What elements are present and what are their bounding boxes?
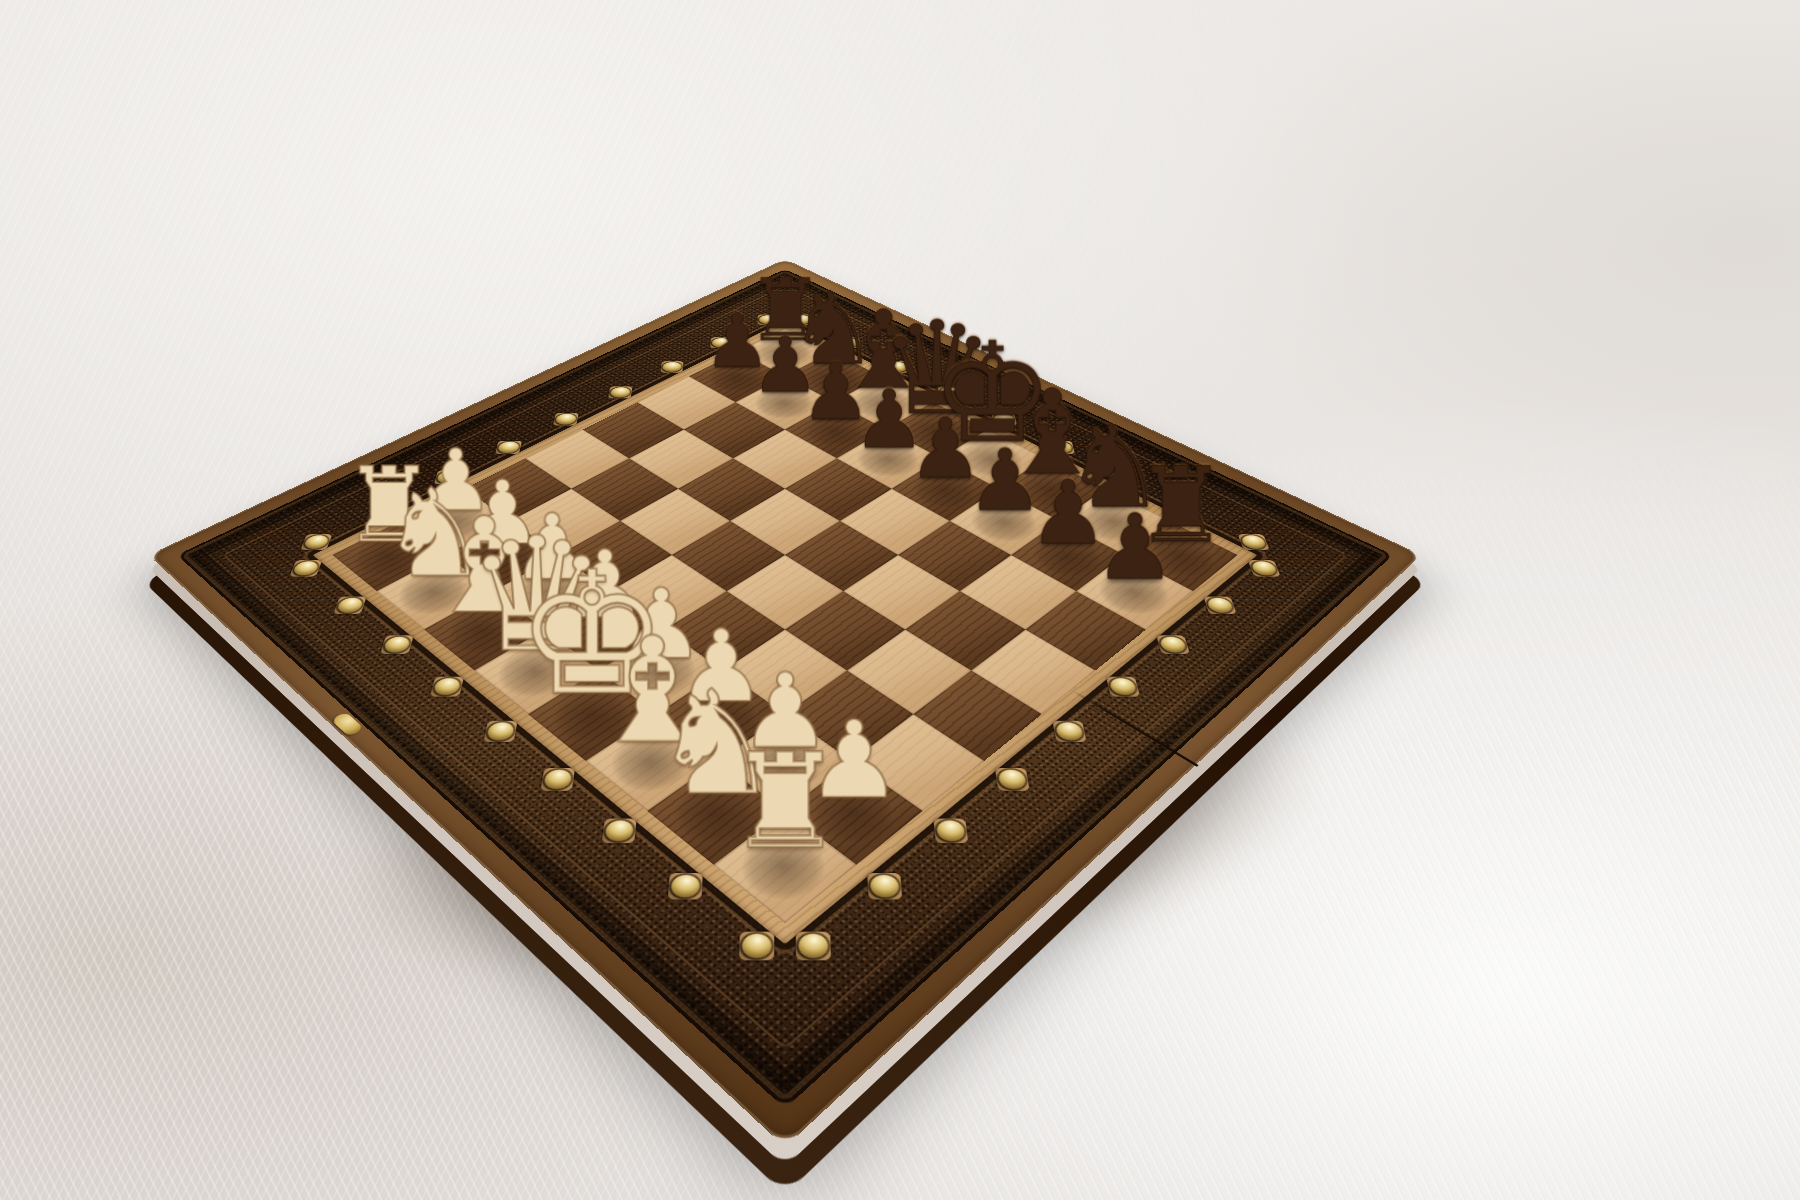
brass-stud — [736, 929, 777, 963]
brass-stud — [539, 766, 576, 793]
square-f5[interactable] — [843, 555, 960, 630]
brass-stud — [793, 929, 834, 963]
border-scallop-tab — [739, 932, 774, 961]
brass-stud — [659, 360, 685, 374]
brass-stud — [994, 766, 1031, 793]
brass-stud — [1156, 634, 1189, 656]
brass-stud — [380, 634, 413, 656]
square-b5[interactable] — [629, 430, 733, 489]
border-scallop-tab — [608, 386, 632, 398]
brass-stud — [607, 385, 634, 399]
brass-stud — [931, 816, 969, 845]
piece-white-rook-h1[interactable]: ♜ — [726, 740, 844, 865]
border-scallop-tab — [289, 560, 322, 576]
brass-stud — [1248, 559, 1279, 579]
brass-stud — [600, 816, 638, 845]
border-scallop-tab — [660, 361, 683, 372]
border-scallop-tab — [1106, 677, 1140, 697]
square-b6[interactable] — [684, 402, 785, 458]
carved-frame-band: ♜♞♝♛♚♝♞♜♟♟♟♟♟♟♟♟♟♟♟♟♟♟♟♟♜♞♝♛♚♝♞♜ — [177, 269, 1393, 1109]
chess-board-grid: ♜♞♝♛♚♝♞♜♟♟♟♟♟♟♟♟♟♟♟♟♟♟♟♟♜♞♝♛♚♝♞♜ — [332, 328, 1237, 923]
square-e5[interactable] — [785, 521, 898, 591]
piece-black-pawn-h7[interactable]: ♟ — [1094, 505, 1175, 591]
square-h1[interactable]: ♜ — [714, 811, 857, 923]
square-h7[interactable]: ♟ — [1076, 555, 1193, 630]
border-scallop-tab — [796, 932, 831, 961]
brass-stud — [494, 439, 522, 455]
chess-board-scene: ♜♞♝♛♚♝♞♜♟♟♟♟♟♟♟♟♟♟♟♟♟♟♟♟♜♞♝♛♚♝♞♜ — [335, 105, 1235, 1005]
square-c6[interactable] — [733, 430, 837, 489]
